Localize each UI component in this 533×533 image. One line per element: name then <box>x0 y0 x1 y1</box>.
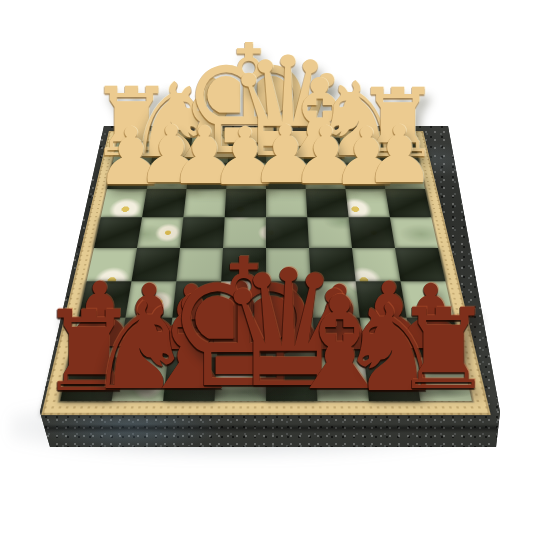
piece-black-rook-a8[interactable]: ♜ <box>393 305 493 394</box>
piece-white-pawn-a2[interactable]: ♟ <box>364 123 435 187</box>
chess-set-photo: ♜♞♝♚♛♝♞♜♟♟♟♟♟♟♟♟♟♟♟♟♟♟♟♟♜♞♝♚♛♝♞♜ <box>0 0 533 533</box>
pieces-layer: ♜♞♝♚♛♝♞♜♟♟♟♟♟♟♟♟♟♟♟♟♟♟♟♟♜♞♝♚♛♝♞♜ <box>0 0 533 533</box>
